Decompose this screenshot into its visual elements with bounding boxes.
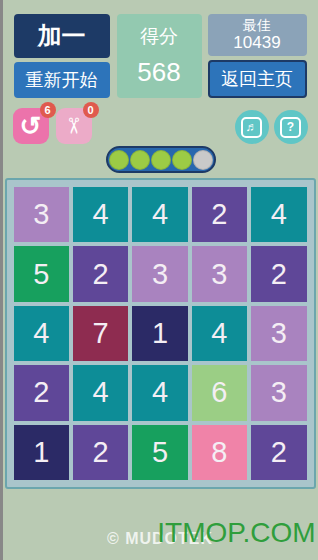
board-cell[interactable]: 1	[14, 425, 69, 480]
undo-button[interactable]: ↺ 6	[13, 108, 49, 144]
app-screen: 加一 重新开始 得分 568 最佳 10439 返回主页 ↺ 6 ✂ 0 ♬ ?…	[3, 0, 318, 560]
board-cell[interactable]: 2	[251, 425, 306, 480]
board-cell[interactable]: 5	[14, 246, 69, 301]
watermark-text: ITMOP.COM	[157, 517, 315, 549]
restart-button[interactable]: 重新开始	[14, 62, 110, 98]
best-label: 最佳	[243, 17, 271, 33]
progress-dot-on	[130, 150, 150, 170]
board-cell[interactable]: 2	[192, 187, 247, 242]
board-cell[interactable]: 2	[73, 246, 128, 301]
score-panel: 得分 568	[117, 14, 202, 98]
score-label: 得分	[140, 24, 178, 50]
progress-dot-on	[172, 150, 192, 170]
best-value: 10439	[233, 33, 280, 53]
scissors-button[interactable]: ✂ 0	[56, 108, 92, 144]
scissors-count-badge: 0	[83, 102, 99, 118]
progress-dot-on	[151, 150, 171, 170]
board-grid: 3442452332471432446312582	[5, 178, 316, 489]
help-button[interactable]: ?	[274, 110, 308, 144]
undo-icon: ↺	[20, 113, 42, 139]
score-value: 568	[137, 57, 180, 88]
board-cell[interactable]: 4	[14, 306, 69, 361]
progress-dot-on	[109, 150, 129, 170]
music-note-icon: ♬	[241, 117, 262, 138]
level-progress-dots	[106, 146, 216, 173]
board-cell[interactable]: 4	[251, 187, 306, 242]
board-cell[interactable]: 4	[132, 187, 187, 242]
scissors-icon: ✂	[63, 117, 85, 135]
board-cell[interactable]: 3	[251, 365, 306, 420]
board-cell[interactable]: 7	[73, 306, 128, 361]
board-cell[interactable]: 4	[73, 187, 128, 242]
undo-count-badge: 6	[40, 102, 56, 118]
board-cell[interactable]: 2	[251, 246, 306, 301]
board-cell[interactable]: 4	[73, 365, 128, 420]
board-cell[interactable]: 5	[132, 425, 187, 480]
board-cell[interactable]: 6	[192, 365, 247, 420]
best-panel: 最佳 10439	[208, 14, 307, 56]
home-button[interactable]: 返回主页	[208, 60, 307, 98]
board-cell[interactable]: 3	[192, 246, 247, 301]
game-title-button[interactable]: 加一	[14, 14, 110, 58]
board-cell[interactable]: 4	[132, 365, 187, 420]
board-cell[interactable]: 1	[132, 306, 187, 361]
question-mark-icon: ?	[280, 117, 301, 138]
sound-toggle-button[interactable]: ♬	[235, 110, 269, 144]
board-cell[interactable]: 3	[14, 187, 69, 242]
board-cell[interactable]: 3	[132, 246, 187, 301]
board-cell[interactable]: 2	[14, 365, 69, 420]
board-cell[interactable]: 8	[192, 425, 247, 480]
board-cell[interactable]: 4	[192, 306, 247, 361]
board-cell[interactable]: 2	[73, 425, 128, 480]
board-cell[interactable]: 3	[251, 306, 306, 361]
progress-dot-off	[193, 150, 213, 170]
